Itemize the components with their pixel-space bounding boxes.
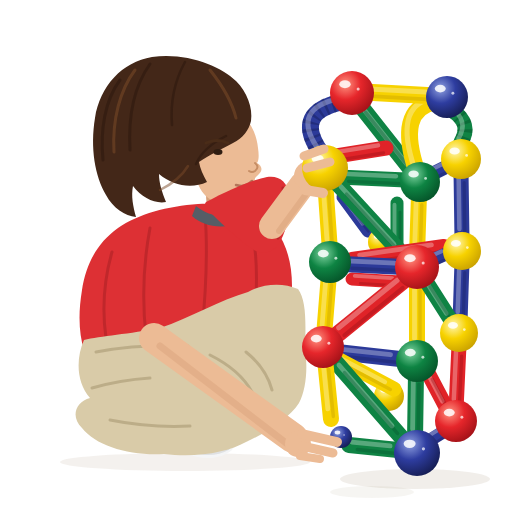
- green-rod-shade: [418, 384, 419, 436]
- right-hand-thumb: [305, 190, 323, 193]
- red-rod-gloss: [339, 280, 398, 328]
- yellow-ball: [443, 232, 481, 270]
- red-ball: [330, 71, 374, 115]
- ball-highlight: [404, 440, 416, 448]
- blue-rod-shade: [463, 273, 465, 320]
- ball-highlight: [408, 170, 418, 177]
- green-rod-shade: [348, 181, 401, 183]
- ball-highlight-dot: [422, 262, 425, 265]
- blue-rod-gloss: [458, 265, 460, 312]
- yellow-rod-gloss: [369, 89, 425, 92]
- ball-highlight: [451, 240, 461, 247]
- green-ball: [400, 162, 440, 202]
- green-ball: [396, 340, 438, 382]
- floor-shadow: [330, 486, 414, 498]
- ball-highlight: [448, 322, 458, 329]
- yellow-ball: [440, 314, 478, 352]
- ball-highlight-dot: [357, 88, 360, 91]
- ball-highlight-dot: [334, 257, 337, 260]
- green-rod-gloss: [343, 174, 396, 176]
- yellow-ball: [441, 139, 481, 179]
- blue-rod-shade: [464, 183, 465, 237]
- ball-highlight-dot: [451, 92, 454, 95]
- ball-highlight-dot: [343, 434, 345, 436]
- blue-rod-gloss: [346, 261, 394, 263]
- ball-highlight-dot: [465, 154, 468, 157]
- red-rod-shade: [459, 356, 461, 407]
- ball-highlight: [404, 254, 415, 262]
- red-rod-gloss: [355, 276, 392, 278]
- blue-ball: [394, 430, 440, 476]
- ball-highlight-dot: [466, 246, 469, 249]
- red-ball: [395, 245, 439, 289]
- eye: [214, 149, 223, 155]
- ball-highlight-dot: [421, 356, 424, 359]
- floor-shadow: [60, 453, 310, 471]
- ball-highlight: [444, 409, 455, 417]
- ball-highlight: [435, 85, 446, 93]
- ball-highlight-dot: [327, 342, 330, 345]
- ball-highlight-dot: [422, 447, 425, 450]
- photo-scene: [0, 0, 530, 530]
- ball-highlight-dot: [460, 416, 463, 419]
- blue-ball: [426, 76, 468, 118]
- yellow-rod-gloss: [415, 197, 417, 245]
- red-rod-gloss: [454, 349, 456, 400]
- ball-highlight: [318, 250, 329, 258]
- ball-highlight: [335, 431, 341, 435]
- child-figure: [76, 56, 324, 458]
- red-ball: [302, 326, 344, 368]
- blue-rod-gloss: [459, 175, 460, 229]
- green-ball: [309, 241, 351, 283]
- ball-highlight: [311, 335, 322, 343]
- ball-highlight-dot: [424, 177, 427, 180]
- ball-highlight: [339, 80, 350, 88]
- left-hand-finger: [300, 456, 320, 459]
- ball-highlight-dot: [463, 328, 466, 331]
- blue-rod-shade: [352, 268, 400, 270]
- scene-canvas: [0, 0, 530, 530]
- right-hand-finger: [307, 162, 330, 168]
- ball-highlight: [449, 147, 459, 154]
- green-rod-gloss: [413, 377, 414, 429]
- red-ball: [435, 400, 477, 442]
- ball-highlight: [405, 349, 416, 357]
